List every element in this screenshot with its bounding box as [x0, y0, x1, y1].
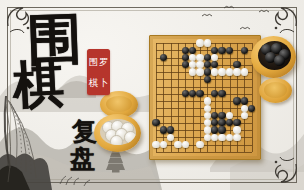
black-stone[interactable]: [218, 126, 225, 133]
bowl-opening: [258, 41, 291, 70]
white-stone[interactable]: [196, 39, 203, 46]
white-stone[interactable]: [182, 141, 189, 148]
black-stone[interactable]: [189, 47, 196, 54]
lid-center: [106, 96, 132, 112]
go-board[interactable]: [149, 35, 261, 160]
white-stone[interactable]: [218, 68, 225, 75]
black-stone[interactable]: [241, 97, 248, 104]
black-stone[interactable]: [233, 97, 240, 104]
black-stone: [274, 55, 285, 66]
white-stone[interactable]: [204, 134, 211, 141]
white-stone: [110, 135, 123, 145]
grid-line: [156, 50, 252, 51]
white-stone[interactable]: [241, 68, 248, 75]
black-stone[interactable]: [211, 90, 218, 97]
bird-icon: [240, 27, 250, 29]
white-stone[interactable]: [204, 105, 211, 112]
black-stone[interactable]: [182, 47, 189, 54]
white-stone[interactable]: [167, 134, 174, 141]
black-stone[interactable]: [218, 90, 225, 97]
subtitle-char-pan: 盘: [70, 146, 95, 171]
white-stone[interactable]: [204, 126, 211, 133]
black-stones-bowl: [251, 36, 296, 78]
white-stone[interactable]: [152, 141, 159, 148]
white-stone[interactable]: [226, 134, 233, 141]
bird-icon: [202, 14, 212, 16]
white-stone[interactable]: [196, 141, 203, 148]
white-stone[interactable]: [174, 141, 181, 148]
black-stone[interactable]: [248, 105, 255, 112]
white-stone: [124, 131, 136, 144]
white-stone[interactable]: [211, 134, 218, 141]
grid-line: [178, 43, 179, 152]
white-stone[interactable]: [189, 68, 196, 75]
grid-line: [156, 87, 252, 88]
white-stone[interactable]: [218, 134, 225, 141]
black-stone[interactable]: [196, 90, 203, 97]
grid-line: [156, 43, 157, 152]
white-stone[interactable]: [204, 39, 211, 46]
black-stone[interactable]: [204, 76, 211, 83]
white-stone[interactable]: [233, 68, 240, 75]
white-stone[interactable]: [204, 97, 211, 104]
white-stone[interactable]: [160, 141, 167, 148]
bowl-opening: [100, 119, 136, 145]
black-stone[interactable]: [182, 90, 189, 97]
black-stone[interactable]: [182, 61, 189, 68]
black-stone[interactable]: [160, 126, 167, 133]
birds: [202, 6, 269, 29]
red-seal-stamp: 围 罗 棋 卜: [87, 49, 110, 95]
corner-flourish-icon: [275, 8, 297, 33]
white-stones-bowl: [94, 114, 141, 152]
black-stone[interactable]: [211, 126, 218, 133]
bowl-lid: [259, 78, 292, 103]
white-stone[interactable]: [196, 68, 203, 75]
white-stone[interactable]: [226, 68, 233, 75]
black-stone[interactable]: [241, 47, 248, 54]
go-banner: 围 棋 围 罗 棋 卜 复 盘: [0, 0, 304, 190]
seal-char: 围: [89, 57, 99, 67]
title-char-qi: 棋: [12, 58, 66, 112]
white-stone[interactable]: [241, 105, 248, 112]
white-stone[interactable]: [211, 68, 218, 75]
white-stone[interactable]: [233, 126, 240, 133]
white-stone[interactable]: [241, 112, 248, 119]
black-stone[interactable]: [226, 119, 233, 126]
black-stone[interactable]: [189, 90, 196, 97]
seal-char: 棋: [89, 78, 99, 88]
black-stone[interactable]: [226, 47, 233, 54]
subtitle-char-fu: 复: [72, 119, 97, 144]
lid-center: [264, 82, 287, 98]
grid-line: [156, 152, 252, 153]
black-stone[interactable]: [204, 68, 211, 75]
black-stone[interactable]: [211, 47, 218, 54]
black-stone[interactable]: [167, 126, 174, 133]
black-stone[interactable]: [152, 119, 159, 126]
seal-char: 罗: [99, 57, 109, 67]
seal-char: 卜: [99, 78, 109, 88]
white-stone[interactable]: [233, 134, 240, 141]
black-stone[interactable]: [160, 54, 167, 61]
black-stone[interactable]: [218, 47, 225, 54]
